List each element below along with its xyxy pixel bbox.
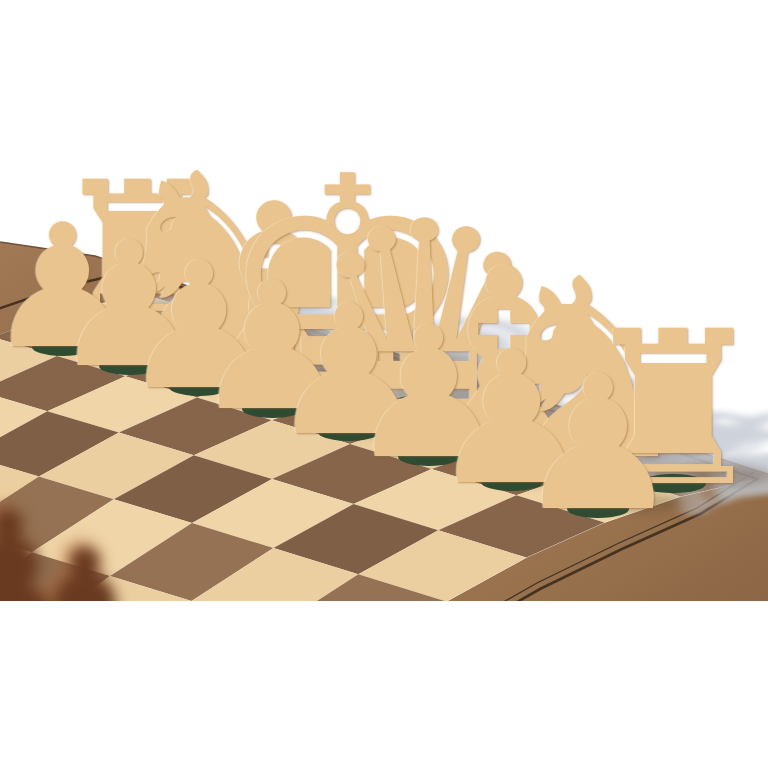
chess-set-photo: ♜♞♝♚♛♝♞♜ ♜♞♝♚♛♝♞♜♟♟♟♟♟♟♟♟♟♟ [0, 0, 768, 768]
piece-white-pawn-a2: ♟ [506, 352, 692, 538]
photo-crop-mask [0, 601, 768, 768]
